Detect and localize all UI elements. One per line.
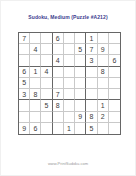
cell-r5c9: [109, 78, 120, 89]
cell-r2c6: 5: [75, 44, 86, 55]
cell-r2c5: [64, 44, 75, 55]
cell-r8c9: [109, 112, 120, 123]
cell-r4c6: [75, 67, 86, 78]
cell-r6c1: 3: [19, 89, 30, 100]
cell-r6c2: 8: [30, 89, 41, 100]
cell-r3c6: [75, 55, 86, 66]
cell-r8c1: [19, 112, 30, 123]
cell-r4c8: 8: [98, 67, 109, 78]
cell-r5c2: [30, 78, 41, 89]
cell-r3c9: 6: [109, 55, 120, 66]
cell-r1c4: 6: [53, 33, 64, 44]
cell-r8c8: 2: [98, 112, 109, 123]
cell-r7c7: [86, 100, 97, 111]
cell-r4c5: [64, 67, 75, 78]
cell-r4c1: 6: [19, 67, 30, 78]
cell-r8c6: 9: [75, 112, 86, 123]
cell-r9c4: [53, 123, 64, 134]
cell-r5c6: [75, 78, 86, 89]
cell-r4c2: 1: [30, 67, 41, 78]
cell-r4c9: [109, 67, 120, 78]
cell-r8c4: [53, 112, 64, 123]
cell-r9c1: 9: [19, 123, 30, 134]
cell-r4c3: 4: [41, 67, 52, 78]
sudoku-page: Sudoku, Medium (Puzzle #A212) 7614579436…: [0, 0, 136, 176]
cell-r1c3: [41, 33, 52, 44]
cell-r1c6: [75, 33, 86, 44]
cell-r1c7: 1: [86, 33, 97, 44]
cell-r3c3: [41, 55, 52, 66]
cell-r8c5: [64, 112, 75, 123]
cell-r7c3: 5: [41, 100, 52, 111]
cell-r5c1: 5: [19, 78, 30, 89]
cell-r9c6: [75, 123, 86, 134]
cell-r2c9: [109, 44, 120, 55]
cell-r2c4: [53, 44, 64, 55]
cell-r9c7: 5: [86, 123, 97, 134]
cell-r1c8: [98, 33, 109, 44]
cell-r9c2: 6: [30, 123, 41, 134]
cell-r5c5: [64, 78, 75, 89]
cell-r1c5: [64, 33, 75, 44]
cell-r1c1: 7: [19, 33, 30, 44]
cell-r6c9: [109, 89, 120, 100]
cell-r9c9: [109, 123, 120, 134]
cell-r1c2: [30, 33, 41, 44]
cell-r7c4: 8: [53, 100, 64, 111]
cell-r2c8: 9: [98, 44, 109, 55]
cell-r9c3: [41, 123, 52, 134]
cell-r7c2: [30, 100, 41, 111]
cell-r3c8: [98, 55, 109, 66]
cell-r4c7: [86, 67, 97, 78]
cell-r9c5: 1: [64, 123, 75, 134]
cell-r6c7: [86, 89, 97, 100]
cell-r7c5: [64, 100, 75, 111]
cell-r6c3: [41, 89, 52, 100]
cell-r7c6: [75, 100, 86, 111]
cell-r6c5: [64, 89, 75, 100]
cell-r5c3: [41, 78, 52, 89]
cell-r2c1: [19, 44, 30, 55]
cell-r7c9: [109, 100, 120, 111]
cell-r7c8: 1: [98, 100, 109, 111]
cell-r3c5: [64, 55, 75, 66]
cell-r5c4: [53, 78, 64, 89]
cell-r7c1: [19, 100, 30, 111]
page-title: Sudoku, Medium (Puzzle #A212): [1, 14, 135, 20]
cell-r5c8: [98, 78, 109, 89]
cell-r8c7: 8: [86, 112, 97, 123]
cell-r2c3: [41, 44, 52, 55]
cell-r4c4: [53, 67, 64, 78]
cell-r3c7: 3: [86, 55, 97, 66]
cell-r1c9: [109, 33, 120, 44]
cell-r8c2: [30, 112, 41, 123]
cell-r9c8: [98, 123, 109, 134]
cell-r8c3: [41, 112, 52, 123]
cell-r6c4: 7: [53, 89, 64, 100]
cell-r3c1: [19, 55, 30, 66]
cell-r2c2: 4: [30, 44, 41, 55]
sudoku-board: 7614579436614853875819829615: [18, 32, 121, 135]
cell-r2c7: 7: [86, 44, 97, 55]
cell-r3c4: 4: [53, 55, 64, 66]
cell-r5c7: [86, 78, 97, 89]
cell-r6c6: [75, 89, 86, 100]
cell-r3c2: [30, 55, 41, 66]
footer-url: www.PrintSudoku.com: [1, 161, 135, 166]
cell-r6c8: [98, 89, 109, 100]
